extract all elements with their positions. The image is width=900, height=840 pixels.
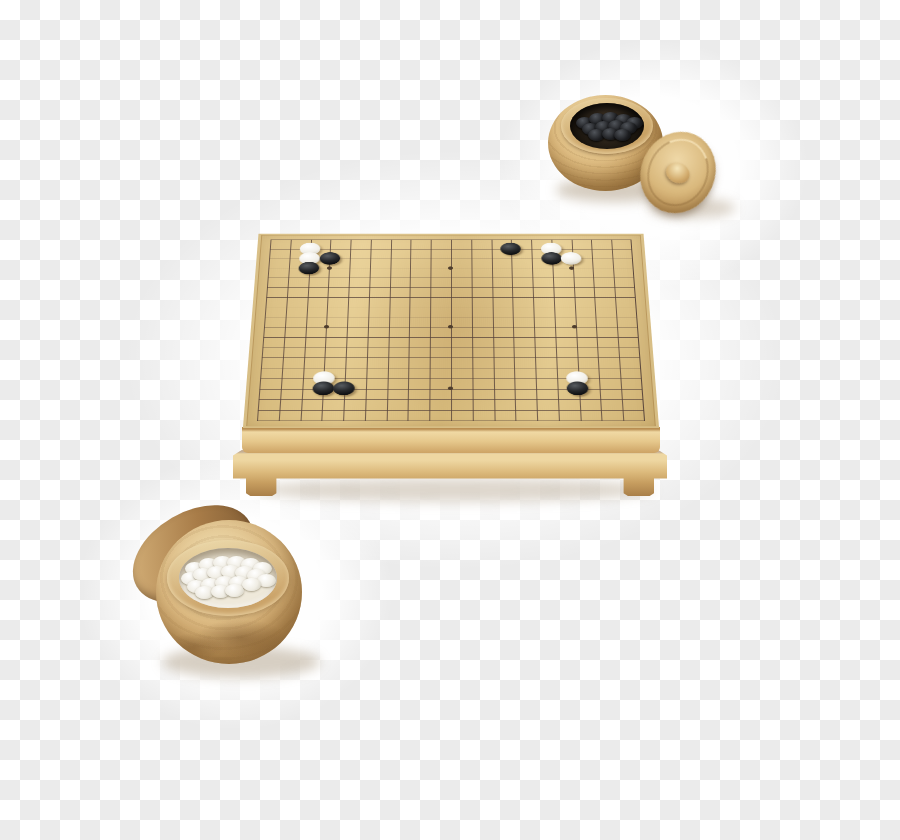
black-stone-in-bowl <box>614 129 631 141</box>
black-go-stone <box>541 252 562 264</box>
white-bowl-opening <box>179 548 277 608</box>
star-point <box>448 266 453 269</box>
star-point <box>448 387 453 391</box>
black-bowl-rim <box>561 98 653 154</box>
star-point <box>569 266 574 269</box>
black-go-stone <box>500 243 521 255</box>
white-stone-in-bowl <box>225 584 244 597</box>
white-go-stone <box>561 252 582 264</box>
board-shadow <box>258 478 654 502</box>
black-go-stone <box>319 252 340 264</box>
go-board-surface <box>243 234 659 428</box>
black-bowl-opening <box>570 103 644 149</box>
star-point <box>572 325 577 328</box>
black-go-stone <box>312 382 334 396</box>
board-front-edge <box>242 427 660 453</box>
white-stone-in-bowl <box>242 578 261 591</box>
black-go-stone <box>298 262 319 274</box>
star-point <box>327 266 332 269</box>
star-point <box>324 325 329 328</box>
board-grid <box>257 240 645 422</box>
white-bowl-rim <box>167 540 289 616</box>
black-go-stone <box>567 382 589 396</box>
star-point <box>448 325 453 328</box>
go-set-product-photo <box>0 0 900 840</box>
black-go-stone <box>333 382 355 396</box>
